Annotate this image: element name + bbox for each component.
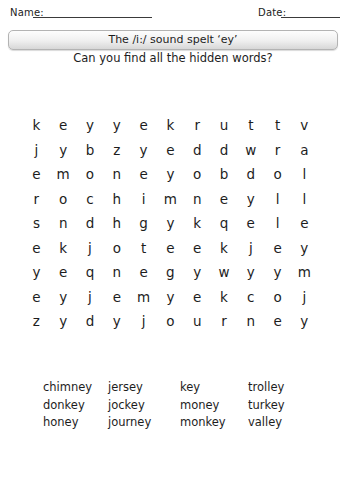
grid-cell-r2c3[interactable]: b	[77, 138, 104, 163]
grid-cell-r7c6[interactable]: g	[157, 260, 184, 285]
grid-cell-r6c11[interactable]: y	[291, 236, 318, 261]
grid-cell-r3c10[interactable]: o	[264, 162, 291, 187]
grid-cell-r5c8[interactable]: q	[211, 211, 238, 236]
grid-cell-r9c7[interactable]: u	[184, 309, 211, 334]
grid-cell-r3c5[interactable]: e	[130, 162, 157, 187]
grid-cell-r6c2[interactable]: k	[50, 236, 77, 261]
grid-cell-r6c9[interactable]: j	[237, 236, 264, 261]
grid-cell-r2c11[interactable]: a	[291, 138, 318, 163]
grid-cell-r7c7[interactable]: y	[184, 260, 211, 285]
grid-cell-r3c1[interactable]: e	[23, 162, 50, 187]
grid-cell-r3c4[interactable]: n	[103, 162, 130, 187]
grid-cell-r8c8[interactable]: k	[211, 285, 238, 310]
grid-cell-r1c7[interactable]: r	[184, 113, 211, 138]
grid-cell-r4c4[interactable]: h	[103, 187, 130, 212]
name-input-line[interactable]	[33, 17, 152, 18]
grid-cell-r6c1[interactable]: e	[23, 236, 50, 261]
grid-cell-r9c11[interactable]: y	[291, 309, 318, 334]
hidden-word-list: chimneyjerseykeytrolleydonkeyjockeymoney…	[43, 380, 328, 433]
grid-cell-r1c3[interactable]: y	[77, 113, 104, 138]
grid-cell-r4c10[interactable]: l	[264, 187, 291, 212]
grid-cell-r2c4[interactable]: z	[103, 138, 130, 163]
grid-cell-r1c6[interactable]: k	[157, 113, 184, 138]
grid-cell-r4c7[interactable]: n	[184, 187, 211, 212]
word-item-journey: journey	[108, 415, 180, 433]
grid-cell-r5c3[interactable]: d	[77, 211, 104, 236]
grid-cell-r6c4[interactable]: o	[103, 236, 130, 261]
grid-cell-r3c3[interactable]: o	[77, 162, 104, 187]
grid-cell-r9c9[interactable]: n	[237, 309, 264, 334]
grid-cell-r1c9[interactable]: t	[237, 113, 264, 138]
grid-cell-r9c1[interactable]: z	[23, 309, 50, 334]
grid-cell-r2c9[interactable]: w	[237, 138, 264, 163]
grid-cell-r7c8[interactable]: w	[211, 260, 238, 285]
grid-cell-r3c8[interactable]: b	[211, 162, 238, 187]
grid-cell-r5c11[interactable]: e	[291, 211, 318, 236]
word-item-valley: valley	[248, 415, 328, 433]
grid-cell-r2c7[interactable]: d	[184, 138, 211, 163]
grid-cell-r5c4[interactable]: h	[103, 211, 130, 236]
grid-cell-r1c2[interactable]: e	[50, 113, 77, 138]
grid-cell-r1c1[interactable]: k	[23, 113, 50, 138]
grid-cell-r4c2[interactable]: o	[50, 187, 77, 212]
grid-cell-r2c6[interactable]: e	[157, 138, 184, 163]
grid-cell-r9c5[interactable]: j	[130, 309, 157, 334]
grid-cell-r7c1[interactable]: y	[23, 260, 50, 285]
word-item-jersey: jersey	[108, 380, 180, 398]
grid-cell-r5c10[interactable]: l	[264, 211, 291, 236]
grid-cell-r9c10[interactable]: e	[264, 309, 291, 334]
grid-cell-r3c11[interactable]: l	[291, 162, 318, 187]
grid-cell-r8c3[interactable]: j	[77, 285, 104, 310]
grid-cell-r6c3[interactable]: j	[77, 236, 104, 261]
grid-cell-r8c4[interactable]: e	[103, 285, 130, 310]
grid-cell-r7c4[interactable]: n	[103, 260, 130, 285]
grid-cell-r1c8[interactable]: u	[211, 113, 238, 138]
word-item-jockey: jockey	[108, 398, 180, 416]
grid-cell-r3c9[interactable]: d	[237, 162, 264, 187]
grid-cell-r1c4[interactable]: y	[103, 113, 130, 138]
grid-cell-r7c2[interactable]: e	[50, 260, 77, 285]
grid-cell-r3c7[interactable]: o	[184, 162, 211, 187]
grid-cell-r9c2[interactable]: y	[50, 309, 77, 334]
grid-cell-r8c2[interactable]: y	[50, 285, 77, 310]
grid-cell-r2c2[interactable]: y	[50, 138, 77, 163]
grid-cell-r1c10[interactable]: t	[264, 113, 291, 138]
grid-cell-r5c7[interactable]: k	[184, 211, 211, 236]
grid-cell-r6c6[interactable]: e	[157, 236, 184, 261]
grid-cell-r5c5[interactable]: g	[130, 211, 157, 236]
grid-cell-r8c10[interactable]: o	[264, 285, 291, 310]
worksheet-title: The /i:/ sound spelt ‘ey’	[8, 30, 338, 50]
grid-cell-r9c3[interactable]: d	[77, 309, 104, 334]
grid-cell-r4c5[interactable]: i	[130, 187, 157, 212]
grid-cell-r7c3[interactable]: q	[77, 260, 104, 285]
grid-cell-r5c6[interactable]: y	[157, 211, 184, 236]
word-item-money: money	[180, 398, 248, 416]
grid-cell-r2c1[interactable]: j	[23, 138, 50, 163]
word-item-chimney: chimney	[43, 380, 108, 398]
grid-cell-r9c4[interactable]: y	[103, 309, 130, 334]
word-search-grid: keyyekruttvjybzyeddwraemoneyobdolrochimn…	[23, 113, 318, 334]
date-input-line[interactable]	[281, 17, 340, 18]
worksheet-subtitle: Can you find all the hidden words?	[0, 51, 346, 65]
grid-cell-r2c8[interactable]: d	[211, 138, 238, 163]
grid-cell-r5c1[interactable]: s	[23, 211, 50, 236]
grid-cell-r6c10[interactable]: e	[264, 236, 291, 261]
grid-cell-r1c5[interactable]: e	[130, 113, 157, 138]
grid-cell-r6c8[interactable]: k	[211, 236, 238, 261]
grid-cell-r8c9[interactable]: c	[237, 285, 264, 310]
grid-cell-r7c11[interactable]: m	[291, 260, 318, 285]
grid-cell-r1c11[interactable]: v	[291, 113, 318, 138]
grid-cell-r9c8[interactable]: r	[211, 309, 238, 334]
word-item-monkey: monkey	[180, 415, 248, 433]
word-item-trolley: trolley	[248, 380, 328, 398]
worksheet-page: Name: Date: The /i:/ sound spelt ‘ey’ Ca…	[0, 0, 346, 500]
grid-cell-r8c11[interactable]: j	[291, 285, 318, 310]
word-item-turkey: turkey	[248, 398, 328, 416]
grid-cell-r8c5[interactable]: m	[130, 285, 157, 310]
grid-cell-r8c1[interactable]: e	[23, 285, 50, 310]
grid-cell-r8c6[interactable]: y	[157, 285, 184, 310]
grid-cell-r4c6[interactable]: m	[157, 187, 184, 212]
grid-cell-r2c5[interactable]: y	[130, 138, 157, 163]
grid-cell-r4c8[interactable]: e	[211, 187, 238, 212]
grid-cell-r7c5[interactable]: e	[130, 260, 157, 285]
grid-cell-r6c7[interactable]: e	[184, 236, 211, 261]
grid-cell-r5c2[interactable]: n	[50, 211, 77, 236]
grid-cell-r3c2[interactable]: m	[50, 162, 77, 187]
grid-cell-r6c5[interactable]: t	[130, 236, 157, 261]
word-item-donkey: donkey	[43, 398, 108, 416]
grid-cell-r7c9[interactable]: y	[237, 260, 264, 285]
grid-cell-r8c7[interactable]: e	[184, 285, 211, 310]
grid-cell-r4c1[interactable]: r	[23, 187, 50, 212]
grid-cell-r7c10[interactable]: y	[264, 260, 291, 285]
grid-cell-r2c10[interactable]: r	[264, 138, 291, 163]
grid-cell-r4c11[interactable]: l	[291, 187, 318, 212]
word-item-honey: honey	[43, 415, 108, 433]
grid-cell-r4c9[interactable]: y	[237, 187, 264, 212]
grid-cell-r4c3[interactable]: c	[77, 187, 104, 212]
word-item-key: key	[180, 380, 248, 398]
grid-cell-r3c6[interactable]: y	[157, 162, 184, 187]
grid-cell-r5c9[interactable]: e	[237, 211, 264, 236]
grid-cell-r9c6[interactable]: o	[157, 309, 184, 334]
